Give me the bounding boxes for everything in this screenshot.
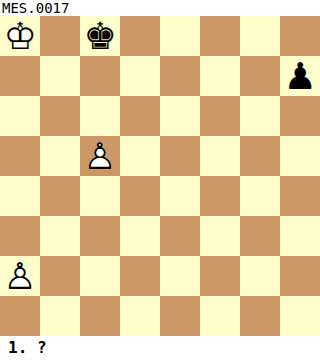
square-c8[interactable]: ♚ <box>80 16 120 56</box>
square-h7[interactable]: ♟ <box>280 56 320 96</box>
square-d5[interactable] <box>120 136 160 176</box>
square-d4[interactable] <box>120 176 160 216</box>
square-c3[interactable] <box>80 216 120 256</box>
square-d6[interactable] <box>120 96 160 136</box>
square-e3[interactable] <box>160 216 200 256</box>
black-king: ♚ <box>80 16 120 56</box>
square-b6[interactable] <box>40 96 80 136</box>
square-b2[interactable] <box>40 256 80 296</box>
white-king-fill: ♚ <box>0 16 40 56</box>
white-pawn: ♙ <box>0 256 40 296</box>
square-a1[interactable] <box>0 296 40 336</box>
square-h8[interactable] <box>280 16 320 56</box>
square-g6[interactable] <box>240 96 280 136</box>
square-c6[interactable] <box>80 96 120 136</box>
square-h5[interactable] <box>280 136 320 176</box>
square-b1[interactable] <box>40 296 80 336</box>
puzzle-id-title: MES.0017 <box>2 0 69 16</box>
square-c7[interactable] <box>80 56 120 96</box>
square-f2[interactable] <box>200 256 240 296</box>
black-pawn: ♟ <box>280 56 320 96</box>
square-b3[interactable] <box>40 216 80 256</box>
header: MES.0017 <box>0 0 320 16</box>
square-e7[interactable] <box>160 56 200 96</box>
square-f7[interactable] <box>200 56 240 96</box>
square-c1[interactable] <box>80 296 120 336</box>
square-c4[interactable] <box>80 176 120 216</box>
square-h4[interactable] <box>280 176 320 216</box>
square-e5[interactable] <box>160 136 200 176</box>
white-pawn-fill: ♟ <box>80 136 120 176</box>
move-prompt: 1. ? <box>8 336 47 360</box>
square-e8[interactable] <box>160 16 200 56</box>
square-b8[interactable] <box>40 16 80 56</box>
square-b4[interactable] <box>40 176 80 216</box>
square-g3[interactable] <box>240 216 280 256</box>
square-b7[interactable] <box>40 56 80 96</box>
square-a2[interactable]: ♟♙ <box>0 256 40 296</box>
square-g1[interactable] <box>240 296 280 336</box>
square-h2[interactable] <box>280 256 320 296</box>
square-e2[interactable] <box>160 256 200 296</box>
square-d2[interactable] <box>120 256 160 296</box>
square-d1[interactable] <box>120 296 160 336</box>
square-h3[interactable] <box>280 216 320 256</box>
square-b5[interactable] <box>40 136 80 176</box>
square-h1[interactable] <box>280 296 320 336</box>
square-g2[interactable] <box>240 256 280 296</box>
chess-board: ♚♔♚♟♟♙♟♙ <box>0 16 320 336</box>
square-d7[interactable] <box>120 56 160 96</box>
square-c2[interactable] <box>80 256 120 296</box>
square-f5[interactable] <box>200 136 240 176</box>
square-g8[interactable] <box>240 16 280 56</box>
square-f4[interactable] <box>200 176 240 216</box>
square-c5[interactable]: ♟♙ <box>80 136 120 176</box>
square-e6[interactable] <box>160 96 200 136</box>
white-pawn-fill: ♟ <box>0 256 40 296</box>
square-g4[interactable] <box>240 176 280 216</box>
square-a4[interactable] <box>0 176 40 216</box>
square-e4[interactable] <box>160 176 200 216</box>
square-f1[interactable] <box>200 296 240 336</box>
square-a6[interactable] <box>0 96 40 136</box>
square-e1[interactable] <box>160 296 200 336</box>
square-f3[interactable] <box>200 216 240 256</box>
square-g7[interactable] <box>240 56 280 96</box>
white-pawn: ♙ <box>80 136 120 176</box>
square-a5[interactable] <box>0 136 40 176</box>
white-king: ♔ <box>0 16 40 56</box>
square-a7[interactable] <box>0 56 40 96</box>
square-h6[interactable] <box>280 96 320 136</box>
square-d8[interactable] <box>120 16 160 56</box>
square-f6[interactable] <box>200 96 240 136</box>
square-f8[interactable] <box>200 16 240 56</box>
square-g5[interactable] <box>240 136 280 176</box>
square-d3[interactable] <box>120 216 160 256</box>
square-a8[interactable]: ♚♔ <box>0 16 40 56</box>
footer: 1. ? <box>0 336 320 360</box>
square-a3[interactable] <box>0 216 40 256</box>
